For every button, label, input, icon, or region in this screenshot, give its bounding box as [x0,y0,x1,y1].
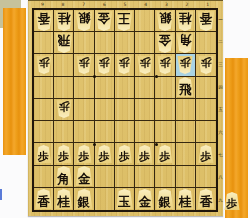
shogi-piece-gote[interactable]: 銀 [75,11,93,31]
board-cell[interactable]: 飛 [54,32,74,54]
shogi-piece-sente[interactable]: 歩 [198,145,214,163]
hoshi-dot [155,75,158,78]
shogi-piece-gote[interactable]: 歩 [96,56,112,74]
board-cell[interactable] [135,10,155,32]
shogi-piece-gote[interactable]: 王 [115,11,133,31]
board-cell[interactable] [196,99,216,121]
board-cell[interactable]: 歩 [196,143,216,165]
board-cell[interactable] [74,99,94,121]
board-cell[interactable] [74,121,94,143]
rank-label: 七 [218,153,223,158]
file-coordinates: 987654321 [32,1,218,8]
board-cell[interactable] [74,77,94,99]
shogi-piece-sente[interactable]: 歩 [96,145,112,163]
board-cell[interactable] [196,77,216,99]
shogi-piece-gote[interactable]: 歩 [76,56,92,74]
board-cell[interactable] [155,166,175,188]
board-cell[interactable] [135,32,155,54]
shogi-piece-sente[interactable]: 歩 [116,145,132,163]
board-cell[interactable]: 香 [34,10,54,32]
file-label: 1 [197,1,218,8]
board-cell[interactable] [176,143,196,165]
board-cell[interactable] [95,188,115,210]
shogi-piece-gote[interactable]: 歩 [36,56,52,74]
board-cell[interactable] [54,54,74,76]
board-cell[interactable] [176,166,196,188]
board-cell[interactable]: 桂 [54,188,74,210]
board-cell[interactable] [34,166,54,188]
board-cell[interactable] [176,99,196,121]
rank-label: 六 [218,130,223,135]
rank-label: 五 [218,107,223,112]
shogi-piece-gote[interactable]: 銀 [156,11,174,31]
shogi-piece-sente[interactable]: 金 [136,189,154,209]
rank-label: 三 [218,62,223,67]
board-cell[interactable]: 歩 [176,54,196,76]
rank-label: 八 [218,175,223,180]
shogi-piece-sente[interactable]: 玉 [115,189,133,209]
board-cell[interactable] [34,121,54,143]
board-cell[interactable]: 金 [95,10,115,32]
board-cell[interactable] [54,77,74,99]
board-cell[interactable] [95,99,115,121]
shogi-piece-sente[interactable]: 香 [197,189,215,209]
board-cell[interactable]: 香 [196,10,216,32]
board-cell[interactable]: 銀 [155,188,175,210]
board-cell[interactable] [196,32,216,54]
board-cell[interactable]: 銀 [155,10,175,32]
board-cell[interactable] [196,166,216,188]
shogi-piece-gote[interactable]: 歩 [198,56,214,74]
file-label: 4 [135,1,156,8]
board-cell[interactable] [54,121,74,143]
shogi-piece-gote[interactable]: 香 [197,11,215,31]
board-cell[interactable] [95,32,115,54]
shogi-piece-sente[interactable]: 桂 [55,189,73,209]
board-cell[interactable]: 玉 [115,188,135,210]
board-cell[interactable] [135,121,155,143]
board-cell[interactable]: 歩 [34,54,54,76]
shogi-piece-gote[interactable]: 歩 [116,56,132,74]
board-cell[interactable] [115,77,135,99]
board-cell[interactable] [115,121,135,143]
board-cell[interactable]: 香 [34,188,54,210]
board-cell[interactable]: 歩 [115,54,135,76]
board-cell[interactable]: 歩 [115,143,135,165]
board-cell[interactable]: 歩 [54,143,74,165]
board-cell[interactable] [155,121,175,143]
shogi-piece-gote[interactable]: 桂 [55,11,73,31]
shogi-piece-sente[interactable]: 歩 [56,145,72,163]
board-cell[interactable] [34,32,54,54]
file-label: 2 [177,1,198,8]
board-cell[interactable]: 銀 [74,10,94,32]
shogi-piece-gote[interactable]: 角 [176,33,194,53]
shogi-piece-gote[interactable]: 香 [35,11,53,31]
board-cell[interactable]: 桂 [176,188,196,210]
board-cell[interactable]: 桂 [54,10,74,32]
board-cell[interactable]: 王 [115,10,135,32]
board-cell[interactable] [135,99,155,121]
board-cell[interactable]: 角 [54,166,74,188]
rank-label: 九 [218,198,223,203]
file-label: 3 [156,1,177,8]
shogi-piece-gote[interactable]: 歩 [137,56,153,74]
board-cell[interactable] [34,77,54,99]
board-cell[interactable] [115,166,135,188]
shogi-piece-gote[interactable]: 飛 [55,33,73,53]
board-cell[interactable]: 歩 [74,54,94,76]
shogi-piece-sente[interactable]: 歩 [137,145,153,163]
hoshi-dot [155,143,158,146]
shogi-piece-gote[interactable]: 歩 [157,56,173,74]
board-cell[interactable]: 角 [176,32,196,54]
board-cell[interactable]: 銀 [74,188,94,210]
shogi-piece-gote[interactable]: 金 [156,33,174,53]
shogi-piece-sente[interactable]: 銀 [156,189,174,209]
hoshi-dot [93,75,96,78]
board-cell[interactable] [115,32,135,54]
hoshi-dot [93,143,96,146]
shogi-piece-gote[interactable]: 桂 [176,11,194,31]
board-cell[interactable]: 金 [74,166,94,188]
file-label: 9 [32,1,53,8]
board-cell[interactable] [135,77,155,99]
edge-ui-fragment [0,189,2,200]
shogi-piece-sente[interactable]: 歩 [76,145,92,163]
rank-label: 一 [218,17,223,22]
rank-label: 二 [218,39,223,44]
shogi-piece-sente[interactable]: 桂 [176,189,194,209]
board-cell[interactable] [95,166,115,188]
board-cell[interactable]: 金 [135,188,155,210]
shogi-piece-gote[interactable]: 歩 [56,100,72,118]
board-cell[interactable] [95,77,115,99]
board-cell[interactable]: 歩 [196,54,216,76]
board-cell[interactable] [155,99,175,121]
board-cell[interactable]: 歩 [135,143,155,165]
board-cell[interactable]: 歩 [155,143,175,165]
board-cell[interactable]: 飛 [176,77,196,99]
board-cell[interactable] [135,166,155,188]
shogi-board: 987654321 香桂銀金王銀桂香飛金角歩歩歩歩歩歩歩歩飛歩歩歩歩歩歩歩歩歩角… [28,0,223,216]
rank-label: 四 [218,85,223,90]
shogi-piece-gote[interactable]: 歩 [177,56,193,74]
shogi-piece-sente[interactable]: 歩 [36,145,52,163]
board-cell[interactable] [34,99,54,121]
shogi-piece-sente[interactable]: 角 [55,166,73,186]
shogi-piece-sente[interactable]: 歩 [157,145,173,163]
board-cell[interactable]: 歩 [34,143,54,165]
shogi-board-grid[interactable]: 香桂銀金王銀桂香飛金角歩歩歩歩歩歩歩歩飛歩歩歩歩歩歩歩歩歩角金香桂銀玉金銀桂香 [32,8,218,212]
board-cell[interactable] [176,121,196,143]
shogi-piece-sente[interactable]: 飛 [176,77,194,97]
shogi-piece-sente[interactable]: 香 [35,189,53,209]
board-cell[interactable] [95,121,115,143]
board-cell[interactable]: 歩 [95,54,115,76]
shogi-app: 987654321 香桂銀金王銀桂香飛金角歩歩歩歩歩歩歩歩飛歩歩歩歩歩歩歩歩歩角… [0,0,250,218]
file-label: 8 [53,1,74,8]
board-cell[interactable]: 香 [196,188,216,210]
shogi-piece-gote[interactable]: 金 [95,11,113,31]
board-cell[interactable]: 金 [155,32,175,54]
left-table-wood [3,8,26,155]
board-cell[interactable]: 歩 [95,143,115,165]
board-cell[interactable] [155,77,175,99]
shogi-piece-sente[interactable]: 銀 [75,189,93,209]
file-label: 6 [94,1,115,8]
board-cell[interactable]: 歩 [74,143,94,165]
shogi-piece-sente[interactable]: 金 [75,166,93,186]
file-label: 7 [73,1,94,8]
board-cell[interactable]: 桂 [176,10,196,32]
board-cell[interactable]: 歩 [135,54,155,76]
board-cell[interactable] [115,99,135,121]
board-cell[interactable]: 歩 [155,54,175,76]
board-cell[interactable]: 歩 [54,99,74,121]
board-cell[interactable] [74,32,94,54]
file-label: 5 [115,1,136,8]
board-cell[interactable] [196,121,216,143]
